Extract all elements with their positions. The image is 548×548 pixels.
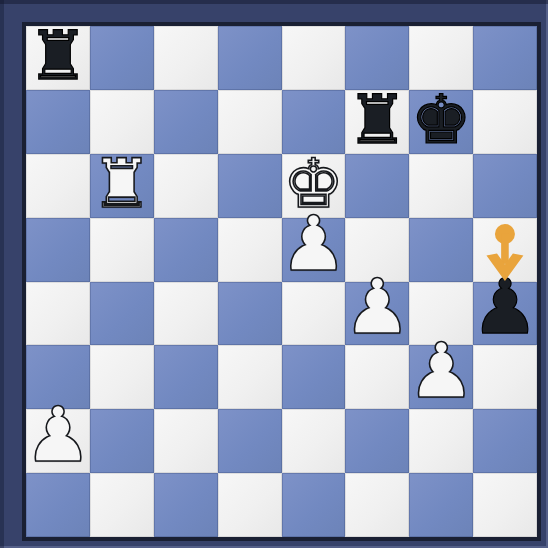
- black-pawn-glyph: ♟: [471, 269, 539, 345]
- square-a6[interactable]: [26, 154, 90, 218]
- square-h1[interactable]: [473, 473, 537, 537]
- square-e4[interactable]: [282, 282, 346, 346]
- square-h8[interactable]: [473, 26, 537, 90]
- square-b1[interactable]: [90, 473, 154, 537]
- square-c2[interactable]: [154, 409, 218, 473]
- square-b3[interactable]: [90, 345, 154, 409]
- square-e1[interactable]: [282, 473, 346, 537]
- square-c1[interactable]: [154, 473, 218, 537]
- square-a5[interactable]: [26, 218, 90, 282]
- square-b8[interactable]: [90, 26, 154, 90]
- black-king-glyph: ♚: [411, 86, 472, 154]
- white-rook-glyph: ♜: [91, 150, 152, 218]
- square-c8[interactable]: [154, 26, 218, 90]
- square-d2[interactable]: [218, 409, 282, 473]
- black-rook-glyph: ♜: [27, 22, 88, 90]
- square-f6[interactable]: [345, 154, 409, 218]
- black-rook-glyph: ♜: [347, 86, 408, 154]
- square-a2[interactable]: ♟: [26, 409, 90, 473]
- square-d7[interactable]: [218, 90, 282, 154]
- square-h2[interactable]: [473, 409, 537, 473]
- white-pawn-glyph: ♟: [24, 397, 92, 473]
- square-d3[interactable]: [218, 345, 282, 409]
- square-g7[interactable]: ♚: [409, 90, 473, 154]
- square-b4[interactable]: [90, 282, 154, 346]
- square-g1[interactable]: [409, 473, 473, 537]
- square-h6[interactable]: [473, 154, 537, 218]
- square-b6[interactable]: ♜: [90, 154, 154, 218]
- square-b2[interactable]: [90, 409, 154, 473]
- square-e2[interactable]: [282, 409, 346, 473]
- chess-board: ♜♜♚♜♚♟♟♟♟♟: [26, 26, 537, 537]
- square-a4[interactable]: [26, 282, 90, 346]
- square-e8[interactable]: [282, 26, 346, 90]
- square-c5[interactable]: [154, 218, 218, 282]
- piece-white-rook[interactable]: ♜: [90, 154, 154, 218]
- piece-white-pawn[interactable]: ♟: [409, 345, 473, 409]
- square-f7[interactable]: ♜: [345, 90, 409, 154]
- piece-black-rook[interactable]: ♜: [26, 26, 90, 90]
- square-f3[interactable]: [345, 345, 409, 409]
- white-pawn-glyph: ♟: [407, 333, 475, 409]
- square-h4[interactable]: ♟: [473, 282, 537, 346]
- square-f2[interactable]: [345, 409, 409, 473]
- white-pawn-glyph: ♟: [279, 206, 347, 282]
- piece-white-pawn[interactable]: ♟: [26, 409, 90, 473]
- piece-white-pawn[interactable]: ♟: [282, 218, 346, 282]
- square-d4[interactable]: [218, 282, 282, 346]
- square-g5[interactable]: [409, 218, 473, 282]
- square-g2[interactable]: [409, 409, 473, 473]
- piece-white-pawn[interactable]: ♟: [345, 282, 409, 346]
- square-c7[interactable]: [154, 90, 218, 154]
- square-d6[interactable]: [218, 154, 282, 218]
- piece-black-king[interactable]: ♚: [409, 90, 473, 154]
- square-f1[interactable]: [345, 473, 409, 537]
- square-f4[interactable]: ♟: [345, 282, 409, 346]
- square-e5[interactable]: ♟: [282, 218, 346, 282]
- piece-black-rook[interactable]: ♜: [345, 90, 409, 154]
- chess-board-frame: ♜♜♚♜♚♟♟♟♟♟: [0, 0, 548, 548]
- square-d8[interactable]: [218, 26, 282, 90]
- square-a1[interactable]: [26, 473, 90, 537]
- square-h3[interactable]: [473, 345, 537, 409]
- square-b5[interactable]: [90, 218, 154, 282]
- square-a7[interactable]: [26, 90, 90, 154]
- square-a8[interactable]: ♜: [26, 26, 90, 90]
- white-pawn-glyph: ♟: [343, 269, 411, 345]
- square-h7[interactable]: [473, 90, 537, 154]
- square-c3[interactable]: [154, 345, 218, 409]
- square-d5[interactable]: [218, 218, 282, 282]
- square-g3[interactable]: ♟: [409, 345, 473, 409]
- square-g6[interactable]: [409, 154, 473, 218]
- square-c6[interactable]: [154, 154, 218, 218]
- square-d1[interactable]: [218, 473, 282, 537]
- square-e3[interactable]: [282, 345, 346, 409]
- square-c4[interactable]: [154, 282, 218, 346]
- piece-black-pawn[interactable]: ♟: [473, 282, 537, 346]
